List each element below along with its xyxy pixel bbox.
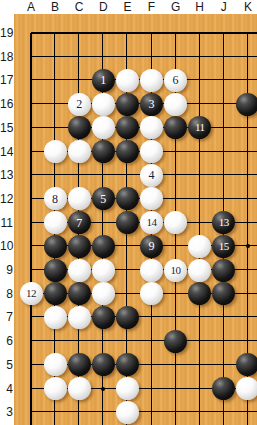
row-label-11: 11 bbox=[0, 216, 13, 230]
black-stone-D17[interactable]: 1 bbox=[92, 69, 115, 92]
row-label-5: 5 bbox=[0, 358, 13, 372]
black-stone-F16[interactable]: 3 bbox=[140, 93, 163, 116]
black-stone-C15[interactable] bbox=[68, 116, 91, 139]
row-label-17: 17 bbox=[0, 73, 13, 87]
white-stone-E3[interactable] bbox=[116, 401, 139, 424]
white-stone-B14[interactable] bbox=[44, 140, 67, 163]
white-stone-C14[interactable] bbox=[68, 140, 91, 163]
grid-hline-3 bbox=[31, 411, 257, 412]
move-number-5: 5 bbox=[100, 193, 106, 205]
row-label-4: 4 bbox=[0, 382, 13, 396]
black-stone-D10[interactable] bbox=[92, 235, 115, 258]
move-number-12: 12 bbox=[26, 288, 36, 299]
row-label-6: 6 bbox=[0, 334, 13, 348]
black-stone-K16[interactable] bbox=[236, 93, 257, 116]
black-stone-G15[interactable] bbox=[164, 116, 187, 139]
white-stone-K4[interactable] bbox=[236, 377, 257, 400]
black-stone-D7[interactable] bbox=[92, 306, 115, 329]
black-stone-B8[interactable] bbox=[44, 282, 67, 305]
black-stone-C11[interactable]: 7 bbox=[68, 211, 91, 234]
grid-hline-6 bbox=[31, 340, 257, 341]
row-label-10: 10 bbox=[0, 239, 13, 253]
row-label-16: 16 bbox=[0, 97, 13, 111]
move-number-3: 3 bbox=[149, 98, 155, 110]
column-label-D: D bbox=[95, 0, 111, 14]
black-stone-D14[interactable] bbox=[92, 140, 115, 163]
white-stone-F17[interactable] bbox=[140, 69, 163, 92]
row-label-9: 9 bbox=[0, 263, 13, 277]
grid-vline-A bbox=[30, 33, 32, 425]
go-board[interactable]: 131157139156248141012 bbox=[14, 14, 257, 425]
white-stone-C9[interactable] bbox=[68, 259, 91, 282]
move-number-1: 1 bbox=[100, 74, 106, 86]
black-stone-E16[interactable] bbox=[116, 93, 139, 116]
row-label-8: 8 bbox=[0, 287, 13, 301]
black-stone-E11[interactable] bbox=[116, 211, 139, 234]
grid-vline-H bbox=[199, 33, 200, 425]
white-stone-D9[interactable] bbox=[92, 259, 115, 282]
move-number-8: 8 bbox=[52, 193, 58, 205]
white-stone-F12[interactable] bbox=[140, 187, 163, 210]
white-stone-H10[interactable] bbox=[188, 235, 211, 258]
black-stone-D12[interactable]: 5 bbox=[92, 187, 115, 210]
row-label-3: 3 bbox=[0, 405, 13, 419]
white-stone-F14[interactable] bbox=[140, 140, 163, 163]
black-stone-J10[interactable]: 15 bbox=[212, 235, 235, 258]
white-stone-D8[interactable] bbox=[92, 282, 115, 305]
row-label-19: 19 bbox=[0, 26, 13, 40]
column-label-E: E bbox=[119, 0, 135, 14]
row-label-18: 18 bbox=[0, 50, 13, 64]
column-label-J: J bbox=[216, 0, 232, 14]
black-stone-H8[interactable] bbox=[188, 282, 211, 305]
move-number-15: 15 bbox=[219, 241, 229, 252]
black-stone-B10[interactable] bbox=[44, 235, 67, 258]
move-number-4: 4 bbox=[149, 169, 155, 181]
grid-hline-18 bbox=[31, 56, 257, 57]
move-number-6: 6 bbox=[173, 74, 179, 86]
column-label-B: B bbox=[47, 0, 63, 14]
column-label-G: G bbox=[168, 0, 184, 14]
white-stone-F11[interactable]: 14 bbox=[140, 211, 163, 234]
row-label-14: 14 bbox=[0, 145, 13, 159]
white-stone-C16[interactable]: 2 bbox=[68, 93, 91, 116]
white-stone-B11[interactable] bbox=[44, 211, 67, 234]
black-stone-F10[interactable]: 9 bbox=[140, 235, 163, 258]
move-number-7: 7 bbox=[76, 217, 82, 229]
white-stone-B5[interactable] bbox=[44, 353, 67, 376]
white-stone-F15[interactable] bbox=[140, 116, 163, 139]
white-stone-E4[interactable] bbox=[116, 377, 139, 400]
white-stone-B4[interactable] bbox=[44, 377, 67, 400]
black-stone-K5[interactable] bbox=[236, 353, 257, 376]
black-stone-G6[interactable] bbox=[164, 330, 187, 353]
white-stone-B12[interactable]: 8 bbox=[44, 187, 67, 210]
grid-hline-19 bbox=[31, 32, 257, 34]
move-number-13: 13 bbox=[219, 217, 229, 228]
black-stone-E5[interactable] bbox=[116, 353, 139, 376]
row-label-15: 15 bbox=[0, 121, 13, 135]
black-stone-B9[interactable] bbox=[44, 259, 67, 282]
column-label-F: F bbox=[144, 0, 160, 14]
white-stone-D16[interactable] bbox=[92, 93, 115, 116]
white-stone-C7[interactable] bbox=[68, 306, 91, 329]
white-stone-G11[interactable] bbox=[164, 211, 187, 234]
white-stone-B7[interactable] bbox=[44, 306, 67, 329]
white-stone-F8[interactable] bbox=[140, 282, 163, 305]
black-stone-E14[interactable] bbox=[116, 140, 139, 163]
black-stone-D5[interactable] bbox=[92, 353, 115, 376]
white-stone-C12[interactable] bbox=[68, 187, 91, 210]
row-label-7: 7 bbox=[0, 310, 13, 324]
white-stone-G9[interactable]: 10 bbox=[164, 259, 187, 282]
black-stone-J9[interactable] bbox=[212, 259, 235, 282]
black-stone-C5[interactable] bbox=[68, 353, 91, 376]
black-stone-C8[interactable] bbox=[68, 282, 91, 305]
black-stone-E15[interactable] bbox=[116, 116, 139, 139]
column-label-A: A bbox=[23, 0, 39, 14]
move-number-10: 10 bbox=[171, 265, 181, 276]
white-stone-H9[interactable] bbox=[188, 259, 211, 282]
black-stone-J8[interactable] bbox=[212, 282, 235, 305]
go-diagram: ABCDEFGHJK 191817161514131211109876543 1… bbox=[0, 0, 257, 425]
black-stone-E7[interactable] bbox=[116, 306, 139, 329]
move-number-2: 2 bbox=[76, 98, 82, 110]
star-point-K10 bbox=[246, 244, 250, 248]
move-number-14: 14 bbox=[147, 217, 157, 228]
black-stone-C10[interactable] bbox=[68, 235, 91, 258]
white-stone-F9[interactable] bbox=[140, 259, 163, 282]
star-point-D4 bbox=[101, 387, 105, 391]
white-stone-G17[interactable]: 6 bbox=[164, 69, 187, 92]
move-number-9: 9 bbox=[149, 240, 155, 252]
black-stone-H15[interactable]: 11 bbox=[188, 116, 211, 139]
row-label-12: 12 bbox=[0, 192, 13, 206]
white-stone-C4[interactable] bbox=[68, 377, 91, 400]
white-stone-G16[interactable] bbox=[164, 93, 187, 116]
column-label-K: K bbox=[240, 0, 256, 14]
row-label-13: 13 bbox=[0, 168, 13, 182]
white-stone-E17[interactable] bbox=[116, 69, 139, 92]
white-stone-A8[interactable]: 12 bbox=[20, 282, 43, 305]
column-label-C: C bbox=[71, 0, 87, 14]
column-label-H: H bbox=[192, 0, 208, 14]
white-stone-D15[interactable] bbox=[92, 116, 115, 139]
black-stone-J4[interactable] bbox=[212, 377, 235, 400]
black-stone-J11[interactable]: 13 bbox=[212, 211, 235, 234]
black-stone-E12[interactable] bbox=[116, 187, 139, 210]
move-number-11: 11 bbox=[195, 122, 205, 133]
white-stone-F13[interactable]: 4 bbox=[140, 164, 163, 187]
